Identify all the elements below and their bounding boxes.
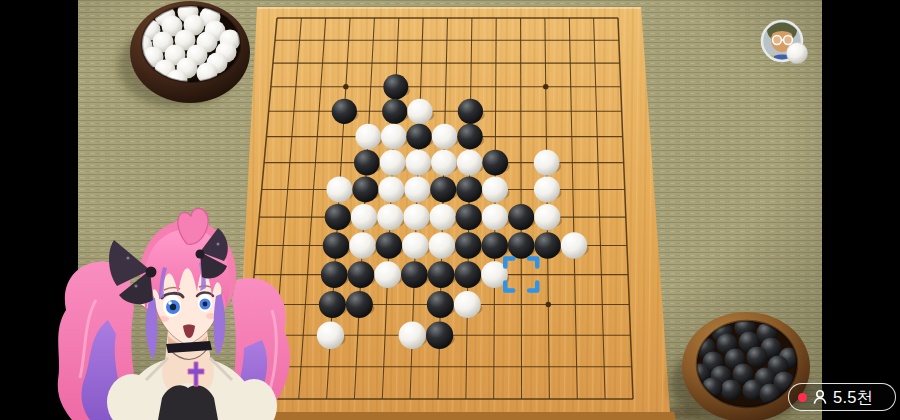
black-stone [454, 261, 481, 288]
live-viewer-count: 5.5천 [788, 383, 896, 411]
black-stone [456, 176, 482, 202]
white-stone [374, 261, 401, 288]
black-stone [321, 261, 348, 288]
avatar-glasses [773, 36, 782, 45]
black-stone [508, 204, 534, 230]
black-stone [508, 232, 534, 258]
black-stone [457, 124, 482, 149]
game-board[interactable] [232, 7, 676, 420]
opponent-stone-badge [787, 43, 808, 64]
viewer-count-text: 5.5천 [833, 389, 873, 406]
white-stone [381, 124, 406, 149]
black-stone [332, 99, 357, 124]
black-stone [482, 150, 508, 176]
white-stone [403, 204, 429, 230]
white-stone [327, 176, 353, 202]
white-stone [534, 204, 560, 230]
black-stone [348, 261, 375, 288]
white-stone [402, 232, 428, 258]
white-stone [432, 124, 457, 149]
white-stone [534, 176, 560, 202]
black-stone [481, 232, 507, 258]
black-stone [325, 204, 351, 230]
board-front-edge [232, 412, 676, 420]
black-stone [382, 99, 407, 124]
white-stone [431, 150, 457, 176]
white-stone [317, 322, 344, 349]
white-stone [378, 176, 404, 202]
black-stone [458, 99, 483, 124]
white-stone [351, 204, 377, 230]
bowl-black-stone [747, 347, 768, 368]
stream-frame: 5.5천 [0, 0, 900, 420]
white-stone [380, 150, 406, 176]
black-stone [406, 124, 431, 149]
black-stone [354, 150, 380, 176]
white-stone [482, 176, 508, 202]
white-stone [349, 232, 375, 258]
black-stone [352, 176, 378, 202]
black-stone [428, 261, 455, 288]
white-stone [454, 291, 481, 318]
white-stone [355, 124, 380, 149]
white-stone [561, 232, 587, 258]
black-stone [427, 291, 454, 318]
star-point [343, 84, 348, 89]
viewers-icon [812, 389, 828, 405]
white-stone [405, 150, 431, 176]
black-stone [383, 74, 408, 99]
white-stone [377, 204, 403, 230]
black-stone [401, 261, 428, 288]
black-stone [323, 232, 349, 258]
white-stone [534, 150, 560, 176]
star-point [543, 84, 548, 89]
black-stone [376, 232, 402, 258]
live-dot-icon [798, 393, 807, 402]
bowl-black-stone [721, 380, 742, 401]
black-stone [534, 232, 560, 258]
black-stone [319, 291, 346, 318]
star-point [546, 302, 551, 307]
white-stone [457, 150, 483, 176]
white-stone [399, 322, 426, 349]
black-stone [456, 204, 482, 230]
white-stone [407, 99, 432, 124]
black-stone [430, 176, 456, 202]
white-stone [482, 204, 508, 230]
white-stone [429, 204, 455, 230]
black-stone [455, 232, 481, 258]
white-stone [404, 176, 430, 202]
black-stone [426, 322, 453, 349]
black-stone [346, 291, 373, 318]
white-stone [429, 232, 455, 258]
